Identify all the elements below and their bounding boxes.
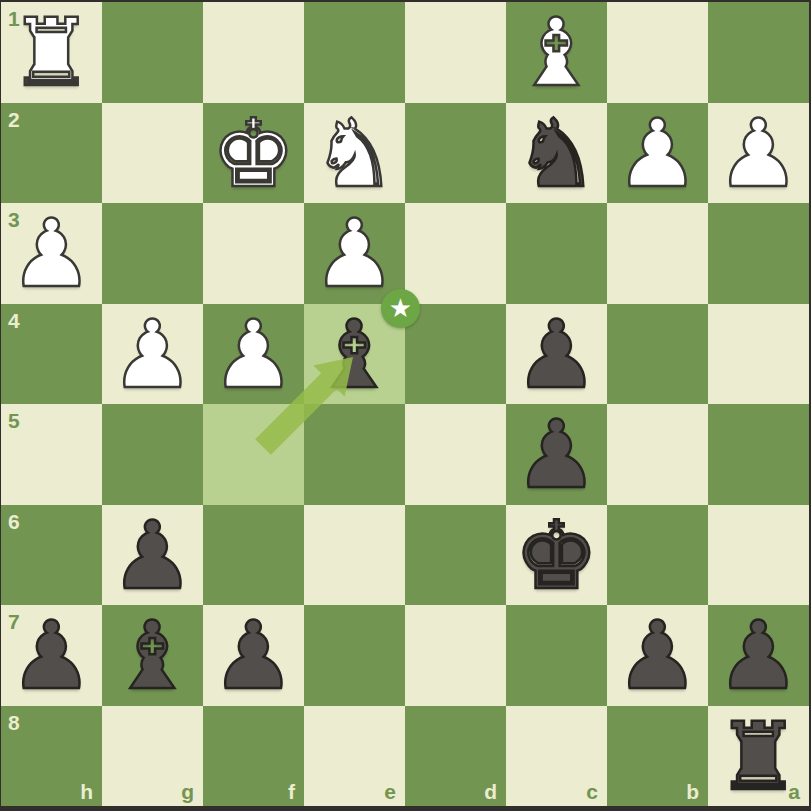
square-c1[interactable]: ♝ [506, 2, 607, 103]
square-f8[interactable]: f [203, 706, 304, 807]
piece-black-knight-c2[interactable]: ♞ [506, 104, 607, 205]
square-b4[interactable] [607, 304, 708, 405]
square-c6[interactable]: ♚ [506, 505, 607, 606]
square-d4[interactable] [405, 304, 506, 405]
rank-label-6: 6 [8, 511, 20, 532]
square-b5[interactable] [607, 404, 708, 505]
square-h1[interactable]: 1♜ [1, 2, 102, 103]
square-e8[interactable]: e [304, 706, 405, 807]
square-g5[interactable] [102, 404, 203, 505]
square-d7[interactable] [405, 605, 506, 706]
square-b8[interactable]: b [607, 706, 708, 807]
piece-white-pawn-a2[interactable]: ♟ [708, 104, 809, 205]
piece-black-pawn-f7[interactable]: ♟ [203, 606, 304, 707]
square-b2[interactable]: ♟ [607, 103, 708, 204]
piece-black-pawn-g6[interactable]: ♟ [102, 506, 203, 607]
square-b6[interactable] [607, 505, 708, 606]
square-g3[interactable] [102, 203, 203, 304]
file-label-c: c [586, 781, 598, 802]
file-label-b: b [686, 781, 699, 802]
square-d6[interactable] [405, 505, 506, 606]
square-f6[interactable] [203, 505, 304, 606]
piece-white-king-f2[interactable]: ♚ [203, 104, 304, 205]
square-a4[interactable] [708, 304, 809, 405]
square-c8[interactable]: c [506, 706, 607, 807]
piece-black-bishop-g7[interactable]: ♝ [102, 606, 203, 707]
file-label-g: g [181, 781, 194, 802]
square-a5[interactable] [708, 404, 809, 505]
piece-white-bishop-c1[interactable]: ♝ [506, 3, 607, 104]
square-f1[interactable] [203, 2, 304, 103]
piece-white-rook-h1[interactable]: ♜ [1, 3, 102, 104]
square-e5[interactable] [304, 404, 405, 505]
square-e2[interactable]: ♞ [304, 103, 405, 204]
piece-black-pawn-h7[interactable]: ♟ [1, 606, 102, 707]
square-c2[interactable]: ♞ [506, 103, 607, 204]
square-c4[interactable]: ♟ [506, 304, 607, 405]
square-b7[interactable]: ♟ [607, 605, 708, 706]
chess-app: 1♜♝2♚♞♞♟♟3♟♟4♟♟♝♟5♟6♟♚7♟♝♟♟♟8hgfedcba♜ ★ [0, 0, 811, 811]
piece-white-pawn-h3[interactable]: ♟ [1, 204, 102, 305]
square-d1[interactable] [405, 2, 506, 103]
square-h4[interactable]: 4 [1, 304, 102, 405]
square-b1[interactable] [607, 2, 708, 103]
square-e3[interactable]: ♟ [304, 203, 405, 304]
square-a6[interactable] [708, 505, 809, 606]
rank-label-4: 4 [8, 310, 20, 331]
square-h7[interactable]: 7♟ [1, 605, 102, 706]
piece-black-pawn-a7[interactable]: ♟ [708, 606, 809, 707]
rank-label-2: 2 [8, 109, 20, 130]
square-f7[interactable]: ♟ [203, 605, 304, 706]
square-f2[interactable]: ♚ [203, 103, 304, 204]
square-a2[interactable]: ♟ [708, 103, 809, 204]
square-h2[interactable]: 2 [1, 103, 102, 204]
piece-black-king-c6[interactable]: ♚ [506, 506, 607, 607]
square-e7[interactable] [304, 605, 405, 706]
square-g6[interactable]: ♟ [102, 505, 203, 606]
piece-white-pawn-b2[interactable]: ♟ [607, 104, 708, 205]
piece-black-pawn-c5[interactable]: ♟ [506, 405, 607, 506]
square-d8[interactable]: d [405, 706, 506, 807]
piece-white-pawn-f4[interactable]: ♟ [203, 305, 304, 406]
square-c3[interactable] [506, 203, 607, 304]
square-d3[interactable] [405, 203, 506, 304]
square-g2[interactable] [102, 103, 203, 204]
star-icon: ★ [389, 295, 412, 321]
piece-black-pawn-b7[interactable]: ♟ [607, 606, 708, 707]
file-label-h: h [80, 781, 93, 802]
square-e1[interactable] [304, 2, 405, 103]
piece-white-knight-e2[interactable]: ♞ [304, 104, 405, 205]
square-f3[interactable] [203, 203, 304, 304]
square-h5[interactable]: 5 [1, 404, 102, 505]
chess-board: 1♜♝2♚♞♞♟♟3♟♟4♟♟♝♟5♟6♟♚7♟♝♟♟♟8hgfedcba♜ [1, 2, 809, 806]
piece-black-rook-a8[interactable]: ♜ [708, 707, 809, 808]
square-h3[interactable]: 3♟ [1, 203, 102, 304]
piece-white-pawn-e3[interactable]: ♟ [304, 204, 405, 305]
file-label-e: e [384, 781, 396, 802]
square-d2[interactable] [405, 103, 506, 204]
square-h8[interactable]: 8h [1, 706, 102, 807]
square-g7[interactable]: ♝ [102, 605, 203, 706]
rank-label-5: 5 [8, 410, 20, 431]
square-a7[interactable]: ♟ [708, 605, 809, 706]
square-f4[interactable]: ♟ [203, 304, 304, 405]
square-d5[interactable] [405, 404, 506, 505]
square-g1[interactable] [102, 2, 203, 103]
square-a3[interactable] [708, 203, 809, 304]
square-c5[interactable]: ♟ [506, 404, 607, 505]
square-g8[interactable]: g [102, 706, 203, 807]
piece-black-pawn-c4[interactable]: ♟ [506, 305, 607, 406]
square-f5[interactable] [203, 404, 304, 505]
square-h6[interactable]: 6 [1, 505, 102, 606]
square-a8[interactable]: a♜ [708, 706, 809, 807]
best-move-star-badge: ★ [381, 289, 420, 328]
square-g4[interactable]: ♟ [102, 304, 203, 405]
file-label-d: d [484, 781, 497, 802]
square-b3[interactable] [607, 203, 708, 304]
rank-label-8: 8 [8, 712, 20, 733]
square-c7[interactable] [506, 605, 607, 706]
piece-white-pawn-g4[interactable]: ♟ [102, 305, 203, 406]
square-a1[interactable] [708, 2, 809, 103]
square-e6[interactable] [304, 505, 405, 606]
file-label-f: f [288, 781, 295, 802]
